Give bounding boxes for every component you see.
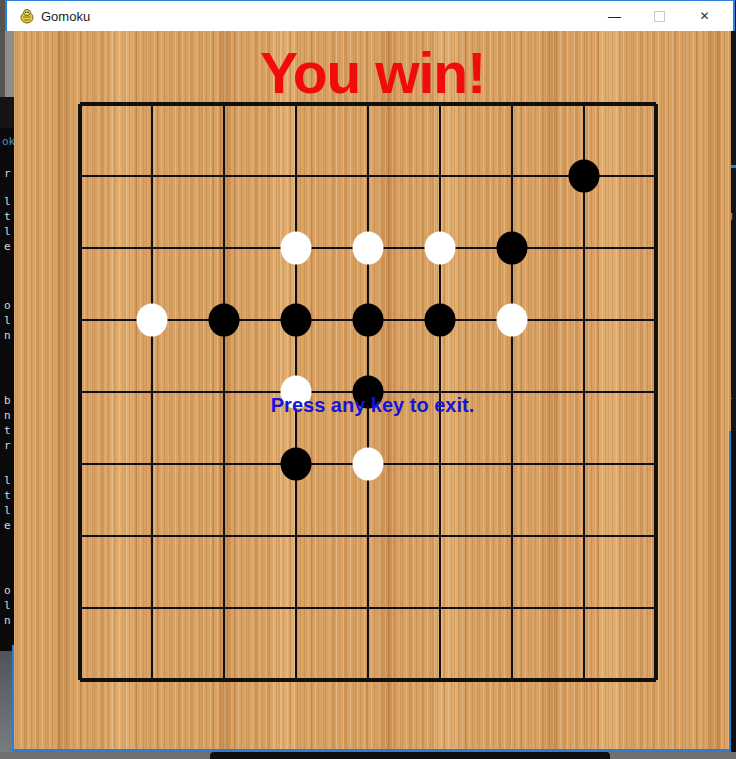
stone-black xyxy=(281,304,312,337)
desktop-code-fragment: n xyxy=(4,330,11,341)
desktop-code-fragment: r xyxy=(4,168,11,179)
desktop-code-fragment: l xyxy=(4,315,11,326)
desktop-code-fragment: t xyxy=(4,490,11,501)
stone-white xyxy=(353,448,384,481)
stone-black xyxy=(209,304,240,337)
desktop-code-fragment: r xyxy=(4,440,11,451)
minimize-button[interactable]: — xyxy=(592,1,637,31)
desktop-code-fragment: n xyxy=(4,615,11,626)
stone-white xyxy=(137,304,168,337)
gomoku-board[interactable] xyxy=(76,100,660,684)
window-title: Gomoku xyxy=(41,9,90,24)
desktop-code-fragment: e xyxy=(4,520,11,531)
desktop-code-fragment: t xyxy=(4,211,11,222)
minimize-icon: — xyxy=(608,9,621,24)
screenshot-root: okrltleolnbntrltleoln<uguoOLto You win! … xyxy=(0,0,736,759)
desktop-code-fragment: t xyxy=(4,425,11,436)
desktop-code-fragment: b xyxy=(4,395,11,406)
stone-black xyxy=(281,448,312,481)
stone-black xyxy=(569,160,600,193)
window-border-right xyxy=(729,431,731,752)
desktop-code-fragment: l xyxy=(4,226,11,237)
desktop-code-fragment: l xyxy=(4,600,11,611)
close-button[interactable]: ✕ xyxy=(682,1,727,31)
desktop-code-fragment: l xyxy=(4,475,11,486)
desktop-code-fragment: l xyxy=(4,196,11,207)
game-canvas[interactable]: You win! Press any key to exit. xyxy=(14,31,731,751)
desktop-code-fragment: n xyxy=(4,410,11,421)
exit-prompt: Press any key to exit. xyxy=(14,394,731,417)
desktop-code-fragment: o xyxy=(4,585,11,596)
maximize-button[interactable] xyxy=(637,1,682,31)
close-icon: ✕ xyxy=(699,9,709,23)
stone-black xyxy=(497,232,528,265)
maximize-icon xyxy=(654,11,665,22)
desktop-code-fragment: o xyxy=(4,300,11,311)
window-border-left xyxy=(12,645,14,752)
stone-white xyxy=(281,232,312,265)
stone-white xyxy=(425,232,456,265)
python-turtle-app-icon xyxy=(19,8,35,24)
window-border-bottom xyxy=(14,749,731,752)
stone-black xyxy=(353,304,384,337)
desktop-code-fragment: l xyxy=(4,505,11,516)
stone-black xyxy=(425,304,456,337)
stone-white xyxy=(353,232,384,265)
stone-white xyxy=(497,304,528,337)
desktop-code-fragment: e xyxy=(4,241,11,252)
title-bar[interactable]: Gomoku — ✕ xyxy=(5,0,735,31)
win-banner: You win! xyxy=(14,40,731,106)
desktop-bottom-shape xyxy=(210,752,610,759)
desktop-sliver-right xyxy=(731,431,736,752)
